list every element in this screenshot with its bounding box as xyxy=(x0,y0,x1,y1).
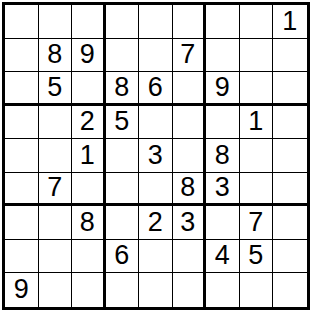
cell-r2c9[interactable] xyxy=(273,39,307,73)
cell-r7c7[interactable] xyxy=(206,206,240,240)
cell-r9c8[interactable] xyxy=(240,273,274,307)
cell-r1c5[interactable] xyxy=(139,5,173,39)
cell-r2c5[interactable] xyxy=(139,39,173,73)
cell-r3c2[interactable]: 5 xyxy=(39,72,73,106)
cell-r5c1[interactable] xyxy=(5,139,39,173)
cell-r2c8[interactable] xyxy=(240,39,274,73)
cell-r4c5[interactable] xyxy=(139,106,173,140)
cell-r6c3[interactable] xyxy=(72,173,106,207)
cell-r1c3[interactable] xyxy=(72,5,106,39)
cell-r9c5[interactable] xyxy=(139,273,173,307)
cell-r5c5[interactable]: 3 xyxy=(139,139,173,173)
cell-r7c5[interactable]: 2 xyxy=(139,206,173,240)
cell-r9c9[interactable] xyxy=(273,273,307,307)
cell-r8c4[interactable]: 6 xyxy=(106,240,140,274)
cell-r6c2[interactable]: 7 xyxy=(39,173,73,207)
cell-r1c1[interactable] xyxy=(5,5,39,39)
cell-r4c7[interactable] xyxy=(206,106,240,140)
cell-r5c7[interactable]: 8 xyxy=(206,139,240,173)
cell-r1c7[interactable] xyxy=(206,5,240,39)
cell-r3c8[interactable] xyxy=(240,72,274,106)
cell-r9c4[interactable] xyxy=(106,273,140,307)
cell-r8c3[interactable] xyxy=(72,240,106,274)
cell-r8c7[interactable]: 4 xyxy=(206,240,240,274)
cell-r3c9[interactable] xyxy=(273,72,307,106)
cell-r3c6[interactable] xyxy=(173,72,207,106)
cell-r5c8[interactable] xyxy=(240,139,274,173)
cell-r3c4[interactable]: 8 xyxy=(106,72,140,106)
cell-r6c6[interactable]: 8 xyxy=(173,173,207,207)
cell-r3c5[interactable]: 6 xyxy=(139,72,173,106)
cell-r2c2[interactable]: 8 xyxy=(39,39,73,73)
cell-r1c9[interactable]: 1 xyxy=(273,5,307,39)
cell-r7c3[interactable]: 8 xyxy=(72,206,106,240)
cell-r1c8[interactable] xyxy=(240,5,274,39)
cell-r8c1[interactable] xyxy=(5,240,39,274)
cell-r2c1[interactable] xyxy=(5,39,39,73)
cell-r8c6[interactable] xyxy=(173,240,207,274)
cell-r8c9[interactable] xyxy=(273,240,307,274)
cell-r6c1[interactable] xyxy=(5,173,39,207)
cell-r8c2[interactable] xyxy=(39,240,73,274)
cell-r6c9[interactable] xyxy=(273,173,307,207)
cell-r6c4[interactable] xyxy=(106,173,140,207)
cell-r9c7[interactable] xyxy=(206,273,240,307)
cell-r5c4[interactable] xyxy=(106,139,140,173)
cell-r6c7[interactable]: 3 xyxy=(206,173,240,207)
cell-r6c5[interactable] xyxy=(139,173,173,207)
cell-r4c4[interactable]: 5 xyxy=(106,106,140,140)
cell-r3c3[interactable] xyxy=(72,72,106,106)
cell-r5c2[interactable] xyxy=(39,139,73,173)
cell-r4c8[interactable]: 1 xyxy=(240,106,274,140)
cell-r9c2[interactable] xyxy=(39,273,73,307)
cell-r2c3[interactable]: 9 xyxy=(72,39,106,73)
cell-r7c2[interactable] xyxy=(39,206,73,240)
cell-r7c8[interactable]: 7 xyxy=(240,206,274,240)
cell-r8c8[interactable]: 5 xyxy=(240,240,274,274)
cell-r7c4[interactable] xyxy=(106,206,140,240)
cell-r5c6[interactable] xyxy=(173,139,207,173)
cell-r8c5[interactable] xyxy=(139,240,173,274)
sudoku-board: 1897586925113878382376459 xyxy=(2,2,310,310)
cell-r7c6[interactable]: 3 xyxy=(173,206,207,240)
cell-r1c6[interactable] xyxy=(173,5,207,39)
cell-r3c1[interactable] xyxy=(5,72,39,106)
cell-r4c6[interactable] xyxy=(173,106,207,140)
cell-r2c7[interactable] xyxy=(206,39,240,73)
cell-r9c3[interactable] xyxy=(72,273,106,307)
cell-r1c4[interactable] xyxy=(106,5,140,39)
cell-r7c9[interactable] xyxy=(273,206,307,240)
cell-r2c6[interactable]: 7 xyxy=(173,39,207,73)
cell-r5c9[interactable] xyxy=(273,139,307,173)
cell-r4c3[interactable]: 2 xyxy=(72,106,106,140)
cell-r9c6[interactable] xyxy=(173,273,207,307)
cell-r3c7[interactable]: 9 xyxy=(206,72,240,106)
cell-r1c2[interactable] xyxy=(39,5,73,39)
cell-r4c2[interactable] xyxy=(39,106,73,140)
cell-r2c4[interactable] xyxy=(106,39,140,73)
cell-r9c1[interactable]: 9 xyxy=(5,273,39,307)
cell-r4c9[interactable] xyxy=(273,106,307,140)
cell-r5c3[interactable]: 1 xyxy=(72,139,106,173)
cell-r6c8[interactable] xyxy=(240,173,274,207)
cell-r7c1[interactable] xyxy=(5,206,39,240)
cell-r4c1[interactable] xyxy=(5,106,39,140)
